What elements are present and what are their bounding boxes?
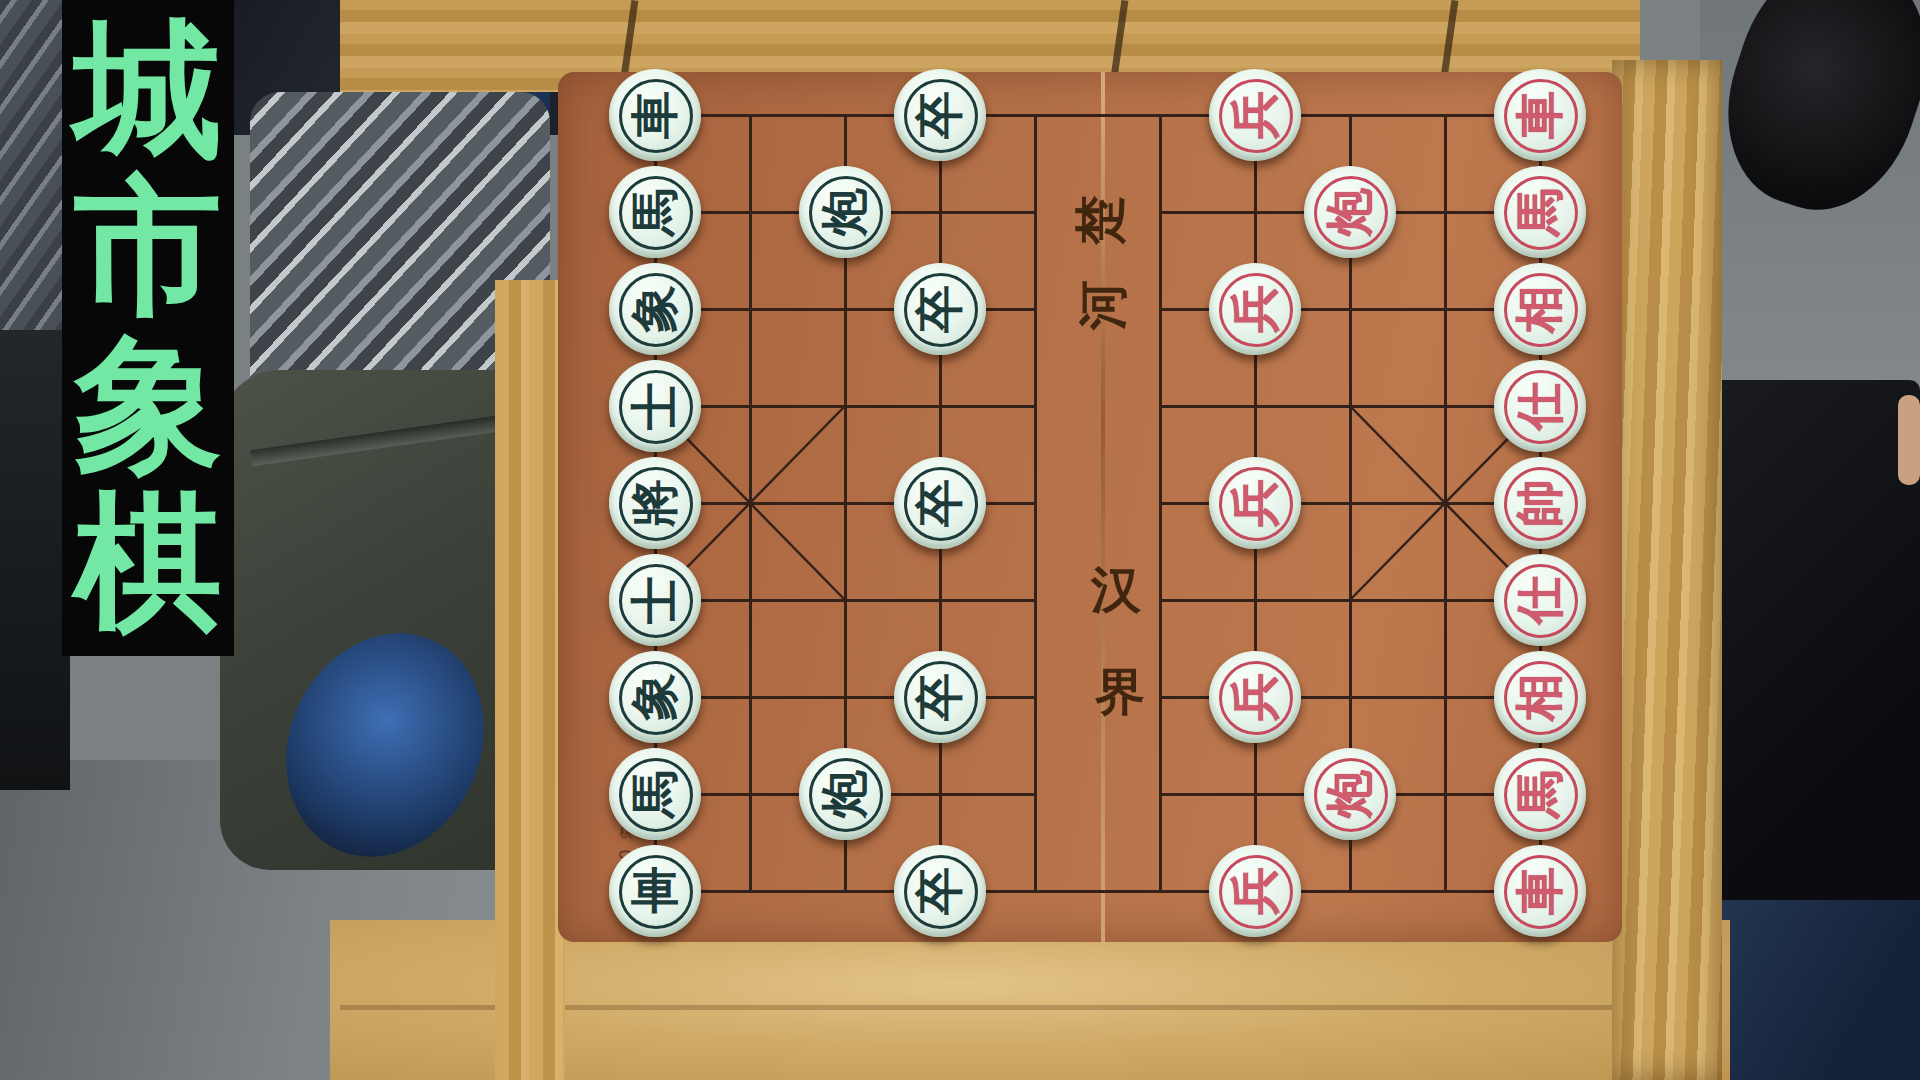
- piece-red-兵[interactable]: 兵: [1209, 457, 1301, 549]
- piece-red-兵[interactable]: 兵: [1209, 845, 1301, 937]
- piece-red-炮[interactable]: 炮: [1304, 748, 1396, 840]
- piece-red-兵[interactable]: 兵: [1209, 651, 1301, 743]
- piece-glyph: 馬: [1508, 188, 1572, 236]
- piece-black-象[interactable]: 象: [609, 263, 701, 355]
- banner-char: 象: [74, 329, 222, 481]
- piece-red-相[interactable]: 相: [1494, 263, 1586, 355]
- piece-black-馬[interactable]: 馬: [609, 166, 701, 258]
- piece-red-車[interactable]: 車: [1494, 69, 1586, 161]
- river-text-han: 汉: [1086, 560, 1146, 620]
- piece-red-相[interactable]: 相: [1494, 651, 1586, 743]
- piece-glyph: 炮: [813, 770, 877, 818]
- hand-right-edge: [1898, 395, 1920, 485]
- piece-red-兵[interactable]: 兵: [1209, 263, 1301, 355]
- xiangqi-board[interactable]: 楚 河 汉 界 中国象棋 06 車馬象士將士象馬車炮炮卒卒卒卒卒兵兵兵兵兵炮炮車…: [558, 72, 1622, 942]
- piece-glyph: 象: [623, 673, 687, 721]
- piece-glyph: 卒: [908, 91, 972, 139]
- piece-black-車[interactable]: 車: [609, 845, 701, 937]
- table-edge-left: [495, 280, 565, 1080]
- piece-glyph: 馬: [623, 770, 687, 818]
- piece-glyph: 車: [623, 91, 687, 139]
- grid-line: [655, 405, 1035, 408]
- piece-glyph: 卒: [908, 867, 972, 915]
- piece-red-馬[interactable]: 馬: [1494, 748, 1586, 840]
- grid-line: [655, 599, 1035, 602]
- piece-glyph: 炮: [813, 188, 877, 236]
- piece-black-卒[interactable]: 卒: [894, 457, 986, 549]
- piece-black-將[interactable]: 將: [609, 457, 701, 549]
- piece-glyph: 車: [1508, 91, 1572, 139]
- piece-glyph: 卒: [908, 285, 972, 333]
- piece-glyph: 兵: [1223, 867, 1287, 915]
- river-text-chu: 楚: [1070, 190, 1130, 250]
- banner-char: 城: [74, 14, 222, 166]
- piece-glyph: 士: [623, 382, 687, 430]
- banner-char: 棋: [74, 486, 222, 638]
- scene: 城 市 象 棋 楚 河 汉 界 中国象棋 06 車馬象士將士象馬車炮炮卒卒卒卒卒…: [0, 0, 1920, 1080]
- grid-line: [1160, 599, 1540, 602]
- piece-red-兵[interactable]: 兵: [1209, 69, 1301, 161]
- piece-glyph: 士: [623, 576, 687, 624]
- piece-glyph: 帥: [1508, 479, 1572, 527]
- piece-red-仕[interactable]: 仕: [1494, 360, 1586, 452]
- piece-red-帥[interactable]: 帥: [1494, 457, 1586, 549]
- piece-red-炮[interactable]: 炮: [1304, 166, 1396, 258]
- piece-glyph: 相: [1508, 285, 1572, 333]
- piece-glyph: 炮: [1318, 770, 1382, 818]
- striped-fabric-top-left: [0, 0, 70, 340]
- piece-glyph: 兵: [1223, 673, 1287, 721]
- piece-glyph: 車: [1508, 867, 1572, 915]
- piece-black-卒[interactable]: 卒: [894, 651, 986, 743]
- piece-black-卒[interactable]: 卒: [894, 845, 986, 937]
- piece-red-仕[interactable]: 仕: [1494, 554, 1586, 646]
- piece-black-車[interactable]: 車: [609, 69, 701, 161]
- piece-red-馬[interactable]: 馬: [1494, 166, 1586, 258]
- jeans-bottom-right: [1700, 900, 1920, 1080]
- piece-glyph: 兵: [1223, 479, 1287, 527]
- piece-black-炮[interactable]: 炮: [799, 748, 891, 840]
- piece-black-馬[interactable]: 馬: [609, 748, 701, 840]
- piece-glyph: 仕: [1508, 576, 1572, 624]
- piece-black-象[interactable]: 象: [609, 651, 701, 743]
- piece-glyph: 兵: [1223, 285, 1287, 333]
- piece-glyph: 仕: [1508, 382, 1572, 430]
- grid-line: [655, 890, 1540, 893]
- grid-line: [1160, 405, 1540, 408]
- piece-black-卒[interactable]: 卒: [894, 263, 986, 355]
- piece-black-士[interactable]: 士: [609, 360, 701, 452]
- piece-glyph: 馬: [623, 188, 687, 236]
- piece-glyph: 卒: [908, 673, 972, 721]
- river-text-jie: 界: [1090, 662, 1150, 722]
- banner-char: 市: [74, 171, 222, 323]
- piece-red-車[interactable]: 車: [1494, 845, 1586, 937]
- piece-glyph: 相: [1508, 673, 1572, 721]
- piece-glyph: 象: [623, 285, 687, 333]
- dark-clothing-left: [0, 330, 70, 790]
- piece-black-炮[interactable]: 炮: [799, 166, 891, 258]
- piece-glyph: 炮: [1318, 188, 1382, 236]
- piece-glyph: 將: [623, 479, 687, 527]
- piece-black-卒[interactable]: 卒: [894, 69, 986, 161]
- river-text-he: 河: [1073, 275, 1133, 335]
- grid-line: [655, 114, 1540, 117]
- piece-glyph: 卒: [908, 479, 972, 527]
- piece-glyph: 兵: [1223, 91, 1287, 139]
- board-frame-right: [1612, 60, 1722, 1080]
- piece-glyph: 馬: [1508, 770, 1572, 818]
- piece-black-士[interactable]: 士: [609, 554, 701, 646]
- piece-glyph: 車: [631, 859, 679, 923]
- channel-banner: 城 市 象 棋: [62, 0, 234, 656]
